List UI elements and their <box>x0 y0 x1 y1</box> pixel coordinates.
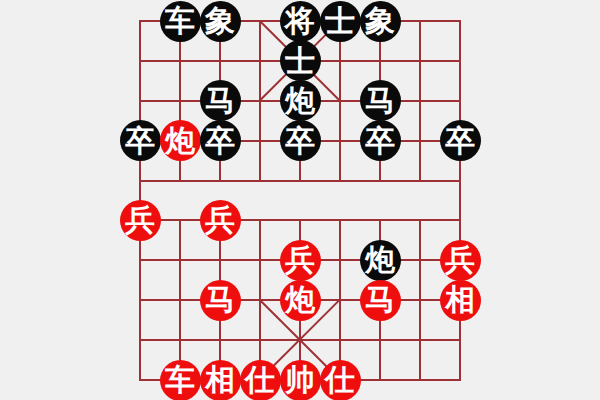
piece-black-chariot[interactable]: 车 <box>160 1 201 42</box>
piece-black-soldier[interactable]: 卒 <box>200 120 241 161</box>
point-marker <box>167 88 193 114</box>
point-marker <box>167 287 193 313</box>
xiangqi-board: 车象将士象士马炮马卒炮卒卒卒卒兵兵兵炮兵马炮马相车相仕帅仕 <box>0 0 600 400</box>
piece-black-soldier[interactable]: 卒 <box>440 120 481 161</box>
piece-black-soldier[interactable]: 卒 <box>280 120 321 161</box>
piece-red-soldier[interactable]: 兵 <box>120 200 161 241</box>
piece-black-elephant[interactable]: 象 <box>360 1 401 42</box>
piece-black-general[interactable]: 将 <box>280 1 321 42</box>
piece-red-soldier[interactable]: 兵 <box>280 240 321 281</box>
piece-red-horse[interactable]: 马 <box>200 280 241 321</box>
piece-black-elephant[interactable]: 象 <box>200 1 241 42</box>
piece-red-general[interactable]: 帅 <box>280 360 321 400</box>
piece-red-soldier[interactable]: 兵 <box>200 200 241 241</box>
point-marker <box>407 88 433 114</box>
piece-black-advisor[interactable]: 士 <box>320 1 361 42</box>
piece-black-cannon[interactable]: 炮 <box>280 80 321 121</box>
piece-red-horse[interactable]: 马 <box>360 280 401 321</box>
piece-red-advisor[interactable]: 仕 <box>320 360 361 400</box>
piece-black-advisor[interactable]: 士 <box>280 40 321 81</box>
piece-black-soldier[interactable]: 卒 <box>360 120 401 161</box>
point-marker <box>407 287 433 313</box>
piece-red-cannon[interactable]: 炮 <box>280 280 321 321</box>
point-marker <box>127 247 153 273</box>
grid-line <box>459 20 461 381</box>
piece-red-elephant[interactable]: 相 <box>440 280 481 321</box>
piece-red-advisor[interactable]: 仕 <box>240 360 281 400</box>
piece-red-cannon[interactable]: 炮 <box>160 120 201 161</box>
point-marker <box>207 247 233 273</box>
piece-black-horse[interactable]: 马 <box>360 80 401 121</box>
piece-red-elephant[interactable]: 相 <box>200 360 241 400</box>
piece-red-chariot[interactable]: 车 <box>160 360 201 400</box>
piece-black-cannon[interactable]: 炮 <box>360 240 401 281</box>
piece-red-soldier[interactable]: 兵 <box>440 240 481 281</box>
piece-black-horse[interactable]: 马 <box>200 80 241 121</box>
piece-black-soldier[interactable]: 卒 <box>120 120 161 161</box>
